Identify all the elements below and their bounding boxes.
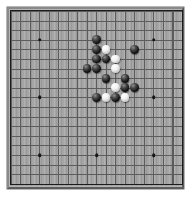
black-stone	[92, 35, 101, 44]
stones-layer	[6, 6, 187, 188]
black-stone	[102, 74, 111, 83]
black-stone	[92, 55, 101, 64]
black-stone	[102, 55, 111, 64]
go-app-screenshot	[0, 0, 192, 200]
white-stone	[121, 93, 130, 102]
white-stone	[111, 55, 120, 64]
black-stone	[92, 93, 101, 102]
black-stone	[92, 45, 101, 54]
black-stone	[92, 64, 101, 73]
black-stone	[83, 64, 92, 73]
white-stone	[102, 45, 111, 54]
black-stone	[130, 83, 139, 92]
white-stone	[111, 83, 120, 92]
black-stone	[121, 74, 130, 83]
white-stone	[102, 93, 111, 102]
go-board[interactable]	[7, 7, 184, 189]
black-stone	[130, 45, 139, 54]
black-stone	[121, 83, 130, 92]
play-area	[11, 11, 182, 184]
black-stone	[111, 93, 120, 102]
white-stone	[111, 64, 120, 73]
